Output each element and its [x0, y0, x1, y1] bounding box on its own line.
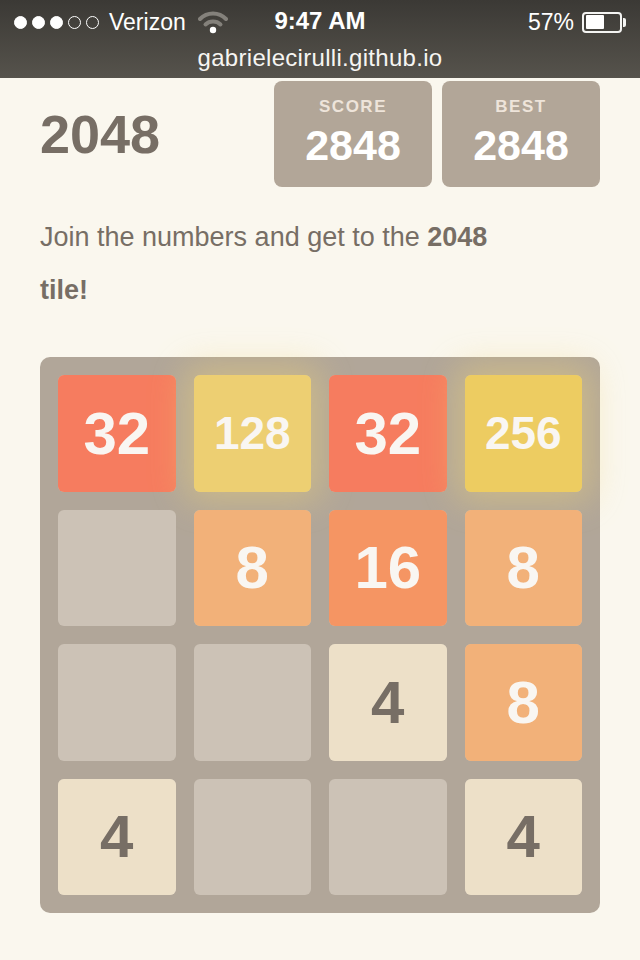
- board-cell: 8: [465, 510, 583, 627]
- score-box: SCORE 2848: [274, 81, 432, 187]
- tile-4: 4: [58, 779, 176, 896]
- tile-4: 4: [329, 644, 447, 761]
- board-cell: 128: [194, 375, 312, 492]
- board-cell: 4: [58, 779, 176, 896]
- board[interactable]: 321283225681684844: [40, 357, 600, 913]
- best-label: BEST: [442, 97, 600, 117]
- battery-icon: [582, 12, 626, 33]
- board-cell: 32: [58, 375, 176, 492]
- game-page: 2048 SCORE 2848 BEST 2848 Join the numbe…: [0, 80, 640, 913]
- board-cell: [58, 644, 176, 761]
- tile-32: 32: [58, 375, 176, 492]
- page-title: 2048: [40, 103, 160, 165]
- ios-browser-chrome: Verizon 9:47 AM 57% gabrielecirulli.gith…: [0, 0, 640, 78]
- board-cell: 4: [329, 644, 447, 761]
- board-cell: 8: [465, 644, 583, 761]
- status-bar: Verizon 9:47 AM 57%: [0, 0, 640, 40]
- board-cell: [194, 779, 312, 896]
- tile-4: 4: [465, 779, 583, 896]
- board-cell: [194, 644, 312, 761]
- intro-text: Join the numbers and get to the 2048tile…: [40, 211, 600, 317]
- address-bar[interactable]: gabrielecirulli.github.io: [0, 40, 640, 72]
- score-value: 2848: [274, 121, 432, 170]
- best-box: BEST 2848: [442, 81, 600, 187]
- best-value: 2848: [442, 121, 600, 170]
- board-cell: 8: [194, 510, 312, 627]
- tile-8: 8: [465, 510, 583, 627]
- score-label: SCORE: [274, 97, 432, 117]
- tile-8: 8: [465, 644, 583, 761]
- board-cell: 32: [329, 375, 447, 492]
- board-cell: 4: [465, 779, 583, 896]
- tile-8: 8: [194, 510, 312, 627]
- board-cell: 16: [329, 510, 447, 627]
- board-cell: [58, 510, 176, 627]
- tile-32: 32: [329, 375, 447, 492]
- battery-percent-label: 57%: [528, 9, 574, 36]
- tile-128: 128: [194, 375, 312, 492]
- board-cell: [329, 779, 447, 896]
- tile-16: 16: [329, 510, 447, 627]
- tile-256: 256: [465, 375, 583, 492]
- board-cell: 256: [465, 375, 583, 492]
- battery-fill: [586, 15, 605, 29]
